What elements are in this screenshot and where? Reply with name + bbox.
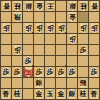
square-7g[interactable]: 馬 <box>23 67 33 77</box>
square-8i[interactable]: 桂 <box>12 89 22 99</box>
square-1f[interactable] <box>89 56 99 66</box>
shogi-piece-white-p[interactable]: 歩 <box>46 23 55 33</box>
shogi-piece-black-p[interactable]: 歩 <box>24 56 33 66</box>
square-4h[interactable] <box>56 78 66 88</box>
shogi-piece-white-p[interactable]: 歩 <box>2 23 11 33</box>
square-9e[interactable] <box>1 45 11 55</box>
square-9i[interactable]: 香 <box>1 89 11 99</box>
square-7h[interactable] <box>23 78 33 88</box>
square-7a[interactable]: 銀 <box>23 1 33 11</box>
square-3e[interactable] <box>67 45 77 55</box>
square-2g[interactable] <box>78 67 88 77</box>
square-3d[interactable]: 歩 <box>67 34 77 44</box>
square-9a[interactable]: 香 <box>1 1 11 11</box>
shogi-piece-black-p[interactable]: 歩 <box>2 67 11 77</box>
square-2c[interactable]: 歩 <box>78 23 88 33</box>
square-5d[interactable] <box>45 34 55 44</box>
square-8e[interactable]: 歩 <box>12 45 22 55</box>
shogi-piece-white-p[interactable]: 歩 <box>35 23 44 33</box>
shogi-piece-white-p[interactable]: 歩 <box>24 23 33 33</box>
square-8c[interactable] <box>12 23 22 33</box>
shogi-piece-white-s[interactable]: 銀 <box>68 1 77 11</box>
shogi-piece-black-k[interactable]: 玉 <box>46 89 55 99</box>
square-4d[interactable] <box>56 34 66 44</box>
square-8g[interactable]: 歩 <box>12 67 22 77</box>
square-6a[interactable]: 金 <box>34 1 44 11</box>
square-8a[interactable]: 桂 <box>12 1 22 11</box>
shogi-piece-white-p[interactable]: 歩 <box>79 23 88 33</box>
square-2a[interactable]: 桂 <box>78 1 88 11</box>
square-1h[interactable] <box>89 78 99 88</box>
square-6i[interactable]: 金 <box>34 89 44 99</box>
square-2e[interactable]: 歩 <box>78 45 88 55</box>
square-4a[interactable] <box>56 1 66 11</box>
square-3f[interactable] <box>67 56 77 66</box>
square-7c[interactable]: 歩 <box>23 23 33 33</box>
square-5i[interactable]: 玉 <box>45 89 55 99</box>
square-1e[interactable] <box>89 45 99 55</box>
square-2h[interactable]: 飛 <box>78 78 88 88</box>
square-6h[interactable]: 銀 <box>34 78 44 88</box>
square-3i[interactable]: 銀 <box>67 89 77 99</box>
square-6e[interactable] <box>34 45 44 55</box>
square-1c[interactable]: 歩 <box>89 23 99 33</box>
square-6d[interactable] <box>34 34 44 44</box>
square-9g[interactable]: 歩 <box>1 67 11 77</box>
square-4c[interactable]: 歩 <box>56 23 66 33</box>
square-1b[interactable] <box>89 12 99 22</box>
shogi-piece-white-p[interactable]: 歩 <box>57 23 66 33</box>
shogi-piece-black-s[interactable]: 銀 <box>35 78 44 88</box>
square-6g[interactable]: 歩 <box>34 67 44 77</box>
shogi-piece-white-g[interactable]: 金 <box>35 1 44 11</box>
square-5f[interactable] <box>45 56 55 66</box>
shogi-piece-white-p[interactable]: 歩 <box>90 23 99 33</box>
square-5h[interactable] <box>45 78 55 88</box>
square-7f[interactable]: 歩 <box>23 56 33 66</box>
square-2d[interactable] <box>78 34 88 44</box>
square-1i[interactable]: 香 <box>89 89 99 99</box>
shogi-piece-white-g[interactable]: 金 <box>68 12 77 22</box>
square-9f[interactable] <box>1 56 11 66</box>
square-5b[interactable] <box>45 12 55 22</box>
square-3c[interactable] <box>67 23 77 33</box>
square-7e[interactable] <box>23 45 33 55</box>
shogi-board: 香桂銀金王銀桂香飛金歩歩歩歩歩歩歩歩歩歩歩歩歩馬歩歩歩歩歩銀飛香桂金玉金銀桂香 <box>0 0 100 100</box>
shogi-piece-white-n[interactable]: 桂 <box>13 1 22 11</box>
shogi-piece-black-g[interactable]: 金 <box>57 89 66 99</box>
shogi-piece-white-l[interactable]: 香 <box>90 1 99 11</box>
square-3g[interactable]: 歩 <box>67 67 77 77</box>
shogi-piece-white-promoted-b[interactable]: 馬 <box>24 67 33 77</box>
square-5e[interactable] <box>45 45 55 55</box>
shogi-piece-black-l[interactable]: 香 <box>2 89 11 99</box>
shogi-piece-black-s[interactable]: 銀 <box>68 89 77 99</box>
shogi-piece-black-p[interactable]: 歩 <box>46 67 55 77</box>
square-3h[interactable] <box>67 78 77 88</box>
shogi-piece-black-p[interactable]: 歩 <box>13 67 22 77</box>
square-5c[interactable]: 歩 <box>45 23 55 33</box>
square-6f[interactable] <box>34 56 44 66</box>
square-8d[interactable] <box>12 34 22 44</box>
shogi-piece-black-n[interactable]: 桂 <box>13 89 22 99</box>
square-7i[interactable] <box>23 89 33 99</box>
square-3a[interactable]: 銀 <box>67 1 77 11</box>
square-4e[interactable] <box>56 45 66 55</box>
shogi-piece-black-p[interactable]: 歩 <box>57 67 66 77</box>
square-7b[interactable] <box>23 12 33 22</box>
shogi-piece-white-n[interactable]: 桂 <box>79 1 88 11</box>
shogi-piece-black-p[interactable]: 歩 <box>35 67 44 77</box>
square-9c[interactable]: 歩 <box>1 23 11 33</box>
square-1d[interactable] <box>89 34 99 44</box>
square-8b[interactable]: 飛 <box>12 12 22 22</box>
square-2f[interactable] <box>78 56 88 66</box>
square-4g[interactable]: 歩 <box>56 67 66 77</box>
shogi-piece-black-p[interactable]: 歩 <box>79 45 88 55</box>
shogi-piece-black-l[interactable]: 香 <box>90 89 99 99</box>
square-4f[interactable] <box>56 56 66 66</box>
shogi-piece-white-p[interactable]: 歩 <box>13 45 22 55</box>
square-9b[interactable] <box>1 12 11 22</box>
square-1g[interactable]: 歩 <box>89 67 99 77</box>
shogi-piece-white-s[interactable]: 銀 <box>24 1 33 11</box>
square-9h[interactable] <box>1 78 11 88</box>
square-7d[interactable] <box>23 34 33 44</box>
shogi-piece-white-k[interactable]: 王 <box>46 1 55 11</box>
square-5a[interactable]: 王 <box>45 1 55 11</box>
square-2i[interactable]: 桂 <box>78 89 88 99</box>
square-4i[interactable]: 金 <box>56 89 66 99</box>
square-6b[interactable] <box>34 12 44 22</box>
shogi-piece-black-p[interactable]: 歩 <box>90 67 99 77</box>
square-2b[interactable] <box>78 12 88 22</box>
shogi-piece-white-p[interactable]: 歩 <box>68 34 77 44</box>
square-8f[interactable] <box>12 56 22 66</box>
square-9d[interactable] <box>1 34 11 44</box>
shogi-piece-white-r[interactable]: 飛 <box>13 12 22 22</box>
square-1a[interactable]: 香 <box>89 1 99 11</box>
shogi-piece-black-n[interactable]: 桂 <box>79 89 88 99</box>
square-5g[interactable]: 歩 <box>45 67 55 77</box>
shogi-piece-black-r[interactable]: 飛 <box>79 78 88 88</box>
square-4b[interactable] <box>56 12 66 22</box>
square-8h[interactable] <box>12 78 22 88</box>
shogi-piece-white-l[interactable]: 香 <box>2 1 11 11</box>
shogi-piece-black-p[interactable]: 歩 <box>68 67 77 77</box>
square-3b[interactable]: 金 <box>67 12 77 22</box>
shogi-piece-black-g[interactable]: 金 <box>35 89 44 99</box>
square-6c[interactable]: 歩 <box>34 23 44 33</box>
